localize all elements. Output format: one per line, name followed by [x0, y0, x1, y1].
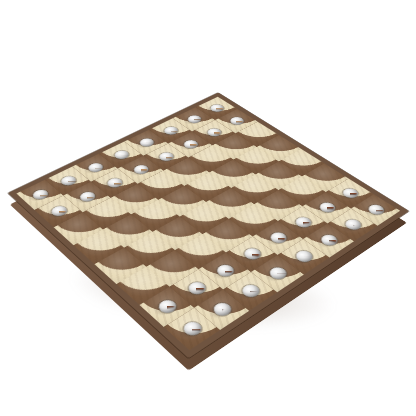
- chess-scene: ♜♞♝♛♚♝♞♜♟♟♟♟♟♟♟♟♟♟♟♟♟♟♟♟♜♞♝♛♚♝♞♜: [0, 0, 416, 416]
- chess-board: ♜♞♝♛♚♝♞♜♟♟♟♟♟♟♟♟♟♟♟♟♟♟♟♟♜♞♝♛♚♝♞♜: [11, 94, 406, 356]
- board-grid[interactable]: ♜♞♝♛♚♝♞♜♟♟♟♟♟♟♟♟♟♟♟♟♟♟♟♟♜♞♝♛♚♝♞♜: [16, 97, 400, 351]
- product-photo-stage: ♜♞♝♛♚♝♞♜♟♟♟♟♟♟♟♟♟♟♟♟♟♟♟♟♜♞♝♛♚♝♞♜: [0, 0, 416, 416]
